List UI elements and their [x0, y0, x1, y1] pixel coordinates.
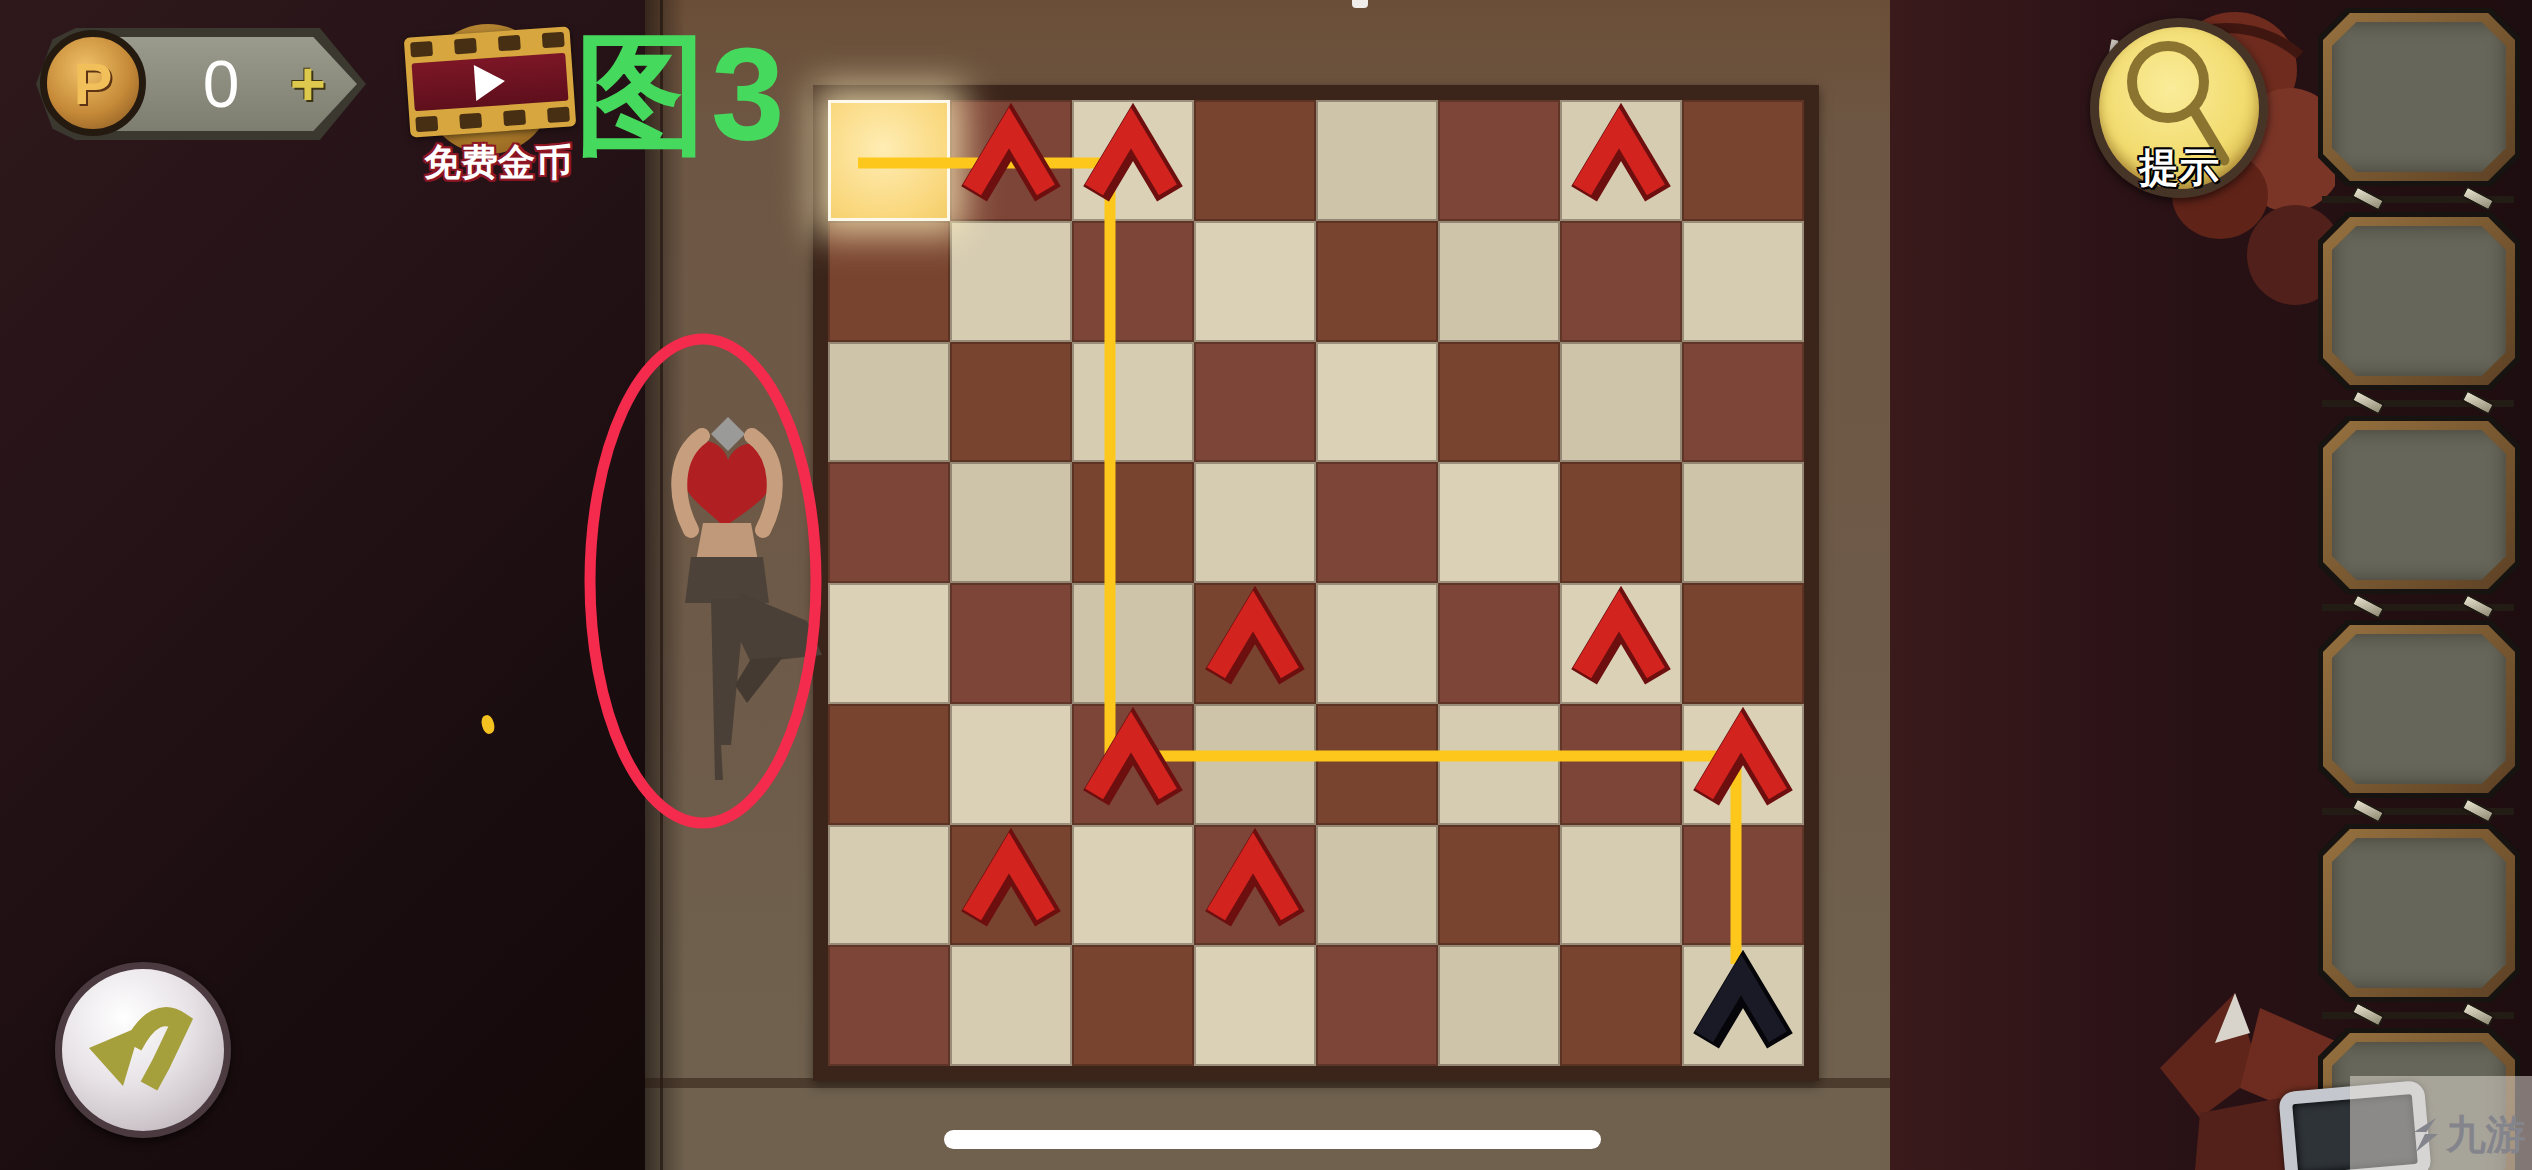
board-cell[interactable] [1438, 221, 1560, 342]
red-chevron-icon [1072, 100, 1194, 221]
board-cell[interactable] [950, 462, 1072, 583]
play-icon [474, 63, 506, 101]
notch-mark [1352, 0, 1368, 8]
board-cell[interactable] [1682, 583, 1804, 704]
board-cell[interactable] [1194, 342, 1316, 463]
board-cell[interactable] [1438, 462, 1560, 583]
board-cell[interactable] [950, 704, 1072, 825]
board-cell[interactable] [950, 583, 1072, 704]
board-cell[interactable] [1316, 945, 1438, 1066]
watermark-logo: 九游 [2408, 1107, 2526, 1162]
hint-button[interactable]: 提示 [2090, 18, 2268, 198]
board-cell[interactable] [1560, 462, 1682, 583]
board-cell[interactable] [828, 704, 950, 825]
coin-icon: P [40, 30, 146, 136]
watermark: 九游 [2350, 1076, 2532, 1170]
board-cell[interactable] [1072, 462, 1194, 583]
board-cell[interactable] [1072, 945, 1194, 1066]
board-cell[interactable] [1072, 342, 1194, 463]
board-cell[interactable] [1194, 825, 1316, 946]
board-cell[interactable] [1316, 342, 1438, 463]
watermark-icon [2408, 1116, 2442, 1154]
board-cell[interactable] [1560, 945, 1682, 1066]
board-cell[interactable] [828, 221, 950, 342]
board-cell[interactable] [1316, 462, 1438, 583]
board-cell[interactable] [1316, 704, 1438, 825]
board-cell[interactable] [1194, 221, 1316, 342]
red-chevron-icon [1194, 825, 1316, 946]
board-cell[interactable] [1438, 945, 1560, 1066]
board-cell[interactable] [1560, 221, 1682, 342]
board-cell[interactable] [950, 825, 1072, 946]
board-cell[interactable] [1316, 100, 1438, 221]
board-cell[interactable] [1560, 825, 1682, 946]
hint-label: 提示 [2090, 140, 2268, 195]
board-grid [828, 100, 1804, 1066]
red-chevron-icon [1560, 583, 1682, 704]
board-cell[interactable] [1438, 704, 1560, 825]
board-cell[interactable] [1072, 825, 1194, 946]
board-cell[interactable] [1194, 583, 1316, 704]
board-cell[interactable] [1072, 221, 1194, 342]
coin-bar: P 0 + [36, 28, 366, 140]
board-cell[interactable] [1072, 100, 1194, 221]
undo-button[interactable] [55, 962, 231, 1138]
board-cell[interactable] [1560, 704, 1682, 825]
board-cell[interactable] [1316, 825, 1438, 946]
red-chevron-icon [1682, 704, 1804, 825]
figure-label: 图3 [575, 26, 788, 165]
board-cell[interactable] [828, 462, 950, 583]
board-cell[interactable] [1194, 100, 1316, 221]
board-cell[interactable] [828, 100, 950, 221]
inventory-slot[interactable] [2318, 212, 2520, 390]
add-coins-button[interactable]: + [290, 48, 326, 119]
board-cell[interactable] [1682, 221, 1804, 342]
inventory-slot[interactable] [2318, 8, 2520, 186]
board-cell[interactable] [1316, 583, 1438, 704]
board-cell[interactable] [1438, 583, 1560, 704]
board-cell[interactable] [1438, 342, 1560, 463]
red-chevron-icon [950, 100, 1072, 221]
board-cell[interactable] [1194, 462, 1316, 583]
puzzle-board [813, 85, 1819, 1081]
inventory-slot[interactable] [2318, 620, 2520, 798]
board-cell[interactable] [1194, 704, 1316, 825]
watermark-text: 九游 [2446, 1107, 2526, 1162]
board-cell[interactable] [950, 945, 1072, 1066]
film-reel-icon [404, 26, 577, 137]
game-screen: 图3 P 0 + 免费金币 提示 [0, 0, 2532, 1170]
free-coins-button[interactable]: 免费金币 [405, 10, 590, 195]
board-cell[interactable] [1072, 583, 1194, 704]
board-cell[interactable] [1682, 342, 1804, 463]
red-chevron-icon [1194, 583, 1316, 704]
board-cell[interactable] [828, 583, 950, 704]
board-cell[interactable] [1316, 221, 1438, 342]
board-cell[interactable] [1682, 825, 1804, 946]
red-chevron-icon [1072, 704, 1194, 825]
board-cell[interactable] [950, 221, 1072, 342]
board-cell[interactable] [1682, 945, 1804, 1066]
board-cell[interactable] [1682, 462, 1804, 583]
board-cell[interactable] [1560, 342, 1682, 463]
board-cell[interactable] [828, 945, 950, 1066]
board-cell[interactable] [1438, 825, 1560, 946]
board-cell[interactable] [1438, 100, 1560, 221]
undo-arrow-icon [55, 962, 231, 1138]
red-chevron-icon [1560, 100, 1682, 221]
black-chevron-icon [1682, 945, 1804, 1066]
red-chevron-icon [950, 825, 1072, 946]
board-cell[interactable] [828, 342, 950, 463]
coin-count: 0 [156, 46, 286, 122]
board-cell[interactable] [1072, 704, 1194, 825]
inventory-slot[interactable] [2318, 416, 2520, 594]
board-cell[interactable] [1560, 583, 1682, 704]
board-cell[interactable] [1682, 704, 1804, 825]
board-cell[interactable] [1560, 100, 1682, 221]
board-cell[interactable] [1682, 100, 1804, 221]
board-cell[interactable] [1194, 945, 1316, 1066]
board-cell[interactable] [950, 100, 1072, 221]
dancer-piece-annotation [575, 325, 835, 835]
inventory-slot[interactable] [2318, 824, 2520, 1002]
board-cell[interactable] [950, 342, 1072, 463]
home-indicator[interactable] [944, 1130, 1601, 1149]
free-coins-label: 免费金币 [393, 138, 603, 188]
board-cell[interactable] [828, 825, 950, 946]
